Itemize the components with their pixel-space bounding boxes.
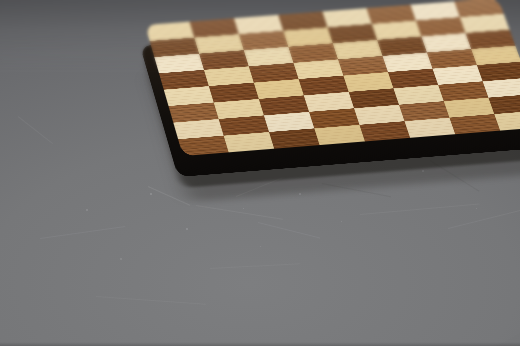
checkerboard <box>145 0 520 156</box>
board-square <box>359 121 410 141</box>
board-square <box>178 136 229 156</box>
board-scene <box>0 0 520 346</box>
board-square <box>314 125 365 145</box>
board-square <box>269 128 320 148</box>
board-square <box>449 114 500 134</box>
board-square <box>494 111 520 131</box>
board-square <box>224 132 275 152</box>
photo-canvas <box>0 0 520 346</box>
board-square <box>488 94 520 114</box>
board-square <box>405 118 456 138</box>
